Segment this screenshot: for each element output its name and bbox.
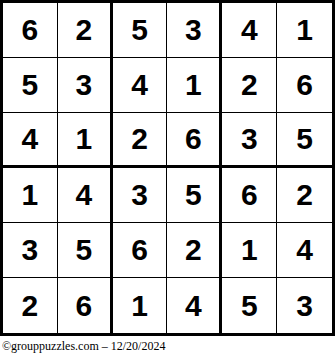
cell-r5c5[interactable]: 1 [222, 223, 277, 278]
cell-r1c5[interactable]: 4 [222, 3, 277, 58]
cell-r6c3[interactable]: 1 [113, 278, 168, 333]
cell-r5c3[interactable]: 6 [113, 223, 168, 278]
cell-r1c1[interactable]: 6 [3, 3, 58, 58]
cell-r4c3[interactable]: 3 [113, 168, 168, 223]
cell-r5c4[interactable]: 2 [167, 223, 222, 278]
cell-r6c6[interactable]: 3 [277, 278, 332, 333]
cell-r1c3[interactable]: 5 [113, 3, 168, 58]
cell-r2c2[interactable]: 3 [58, 58, 113, 113]
cell-r3c5[interactable]: 3 [222, 113, 277, 168]
cell-r4c6[interactable]: 2 [277, 168, 332, 223]
cell-r5c2[interactable]: 5 [58, 223, 113, 278]
cell-r2c3[interactable]: 4 [113, 58, 168, 113]
cell-r6c2[interactable]: 6 [58, 278, 113, 333]
cell-r6c4[interactable]: 4 [167, 278, 222, 333]
cell-r3c2[interactable]: 1 [58, 113, 113, 168]
cell-r2c6[interactable]: 6 [277, 58, 332, 113]
cell-r4c4[interactable]: 5 [167, 168, 222, 223]
cell-r2c4[interactable]: 1 [167, 58, 222, 113]
sudoku-board: 625341534126412635143562356214261453 [0, 0, 335, 336]
copyright-credit: ©grouppuzzles.com – 12/20/2024 [2, 339, 165, 353]
cell-r5c1[interactable]: 3 [3, 223, 58, 278]
cell-r3c6[interactable]: 5 [277, 113, 332, 168]
cell-r1c4[interactable]: 3 [167, 3, 222, 58]
cell-r2c5[interactable]: 2 [222, 58, 277, 113]
cell-r5c6[interactable]: 4 [277, 223, 332, 278]
cell-r3c3[interactable]: 2 [113, 113, 168, 168]
cell-r6c5[interactable]: 5 [222, 278, 277, 333]
cell-r6c1[interactable]: 2 [3, 278, 58, 333]
cell-r3c1[interactable]: 4 [3, 113, 58, 168]
cell-r1c6[interactable]: 1 [277, 3, 332, 58]
cell-r3c4[interactable]: 6 [167, 113, 222, 168]
cell-r4c2[interactable]: 4 [58, 168, 113, 223]
cell-r1c2[interactable]: 2 [58, 3, 113, 58]
cell-r4c5[interactable]: 6 [222, 168, 277, 223]
cell-r2c1[interactable]: 5 [3, 58, 58, 113]
puzzle-page: 625341534126412635143562356214261453 ©gr… [0, 0, 335, 357]
cell-r4c1[interactable]: 1 [3, 168, 58, 223]
